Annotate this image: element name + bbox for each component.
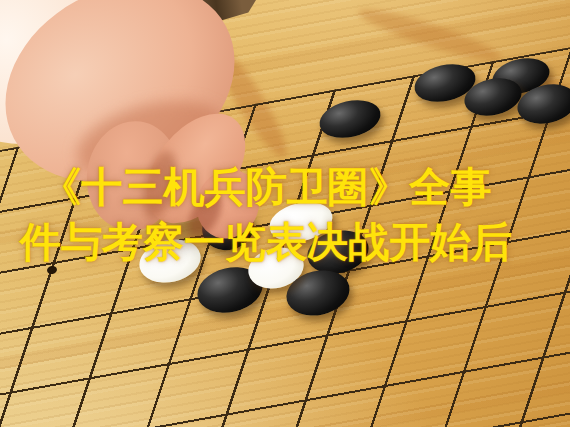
- caption-line-1: 《十三机兵防卫圈》全事: [0, 164, 532, 210]
- go-photo-scene: 《十三机兵防卫圈》全事 件与考察一览表决战开始后: [0, 0, 570, 427]
- caption-line-2: 件与考察一览表决战开始后: [0, 219, 532, 265]
